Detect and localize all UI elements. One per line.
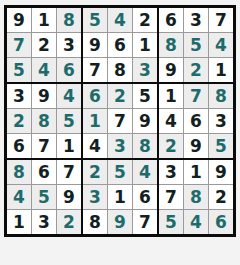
cell-r1c2[interactable]: 1 bbox=[32, 8, 56, 32]
cell-r3c4[interactable]: 7 bbox=[83, 58, 107, 82]
cell-r3c1[interactable]: 5 bbox=[7, 58, 31, 82]
cell-r3c7[interactable]: 9 bbox=[159, 58, 183, 82]
cell-r9c8[interactable]: 4 bbox=[184, 210, 208, 234]
cell-r5c7[interactable]: 4 bbox=[159, 109, 183, 133]
cell-r4c8[interactable]: 7 bbox=[184, 84, 208, 108]
cell-r4c2[interactable]: 9 bbox=[32, 84, 56, 108]
cell-r8c8[interactable]: 8 bbox=[184, 185, 208, 209]
cell-r3c5[interactable]: 8 bbox=[108, 58, 132, 82]
cell-r7c1[interactable]: 8 bbox=[7, 160, 31, 184]
cell-r8c1[interactable]: 4 bbox=[7, 185, 31, 209]
cell-r7c2[interactable]: 6 bbox=[32, 160, 56, 184]
cell-r1c4[interactable]: 5 bbox=[83, 8, 107, 32]
cell-r1c8[interactable]: 3 bbox=[184, 8, 208, 32]
cell-r4c4[interactable]: 6 bbox=[83, 84, 107, 108]
box-6: 178463295 bbox=[159, 84, 233, 158]
cell-r8c7[interactable]: 7 bbox=[159, 185, 183, 209]
cell-r2c5[interactable]: 6 bbox=[108, 33, 132, 57]
cell-r6c1[interactable]: 6 bbox=[7, 134, 31, 158]
cell-r7c5[interactable]: 5 bbox=[108, 160, 132, 184]
cell-r2c8[interactable]: 5 bbox=[184, 33, 208, 57]
cell-r6c8[interactable]: 9 bbox=[184, 134, 208, 158]
cell-r6c6[interactable]: 8 bbox=[133, 134, 157, 158]
box-1: 918723546 bbox=[7, 8, 81, 82]
cell-r3c9[interactable]: 1 bbox=[209, 58, 233, 82]
cell-r5c9[interactable]: 3 bbox=[209, 109, 233, 133]
cell-r8c3[interactable]: 9 bbox=[57, 185, 81, 209]
cell-r4c3[interactable]: 4 bbox=[57, 84, 81, 108]
cell-r3c6[interactable]: 3 bbox=[133, 58, 157, 82]
cell-r6c5[interactable]: 3 bbox=[108, 134, 132, 158]
box-4: 394285671 bbox=[7, 84, 81, 158]
cell-r6c9[interactable]: 5 bbox=[209, 134, 233, 158]
cell-r1c7[interactable]: 6 bbox=[159, 8, 183, 32]
cell-r4c1[interactable]: 3 bbox=[7, 84, 31, 108]
sudoku-page: 9187235465429617836378549213942856716251… bbox=[0, 0, 240, 237]
cell-r9c7[interactable]: 5 bbox=[159, 210, 183, 234]
cell-r1c5[interactable]: 4 bbox=[108, 8, 132, 32]
cell-r3c2[interactable]: 4 bbox=[32, 58, 56, 82]
cell-r2c6[interactable]: 1 bbox=[133, 33, 157, 57]
cell-r8c6[interactable]: 6 bbox=[133, 185, 157, 209]
cell-r7c4[interactable]: 2 bbox=[83, 160, 107, 184]
cell-r8c5[interactable]: 1 bbox=[108, 185, 132, 209]
cell-r7c3[interactable]: 7 bbox=[57, 160, 81, 184]
cell-r7c7[interactable]: 3 bbox=[159, 160, 183, 184]
cell-r5c3[interactable]: 5 bbox=[57, 109, 81, 133]
cell-r2c7[interactable]: 8 bbox=[159, 33, 183, 57]
cell-r1c9[interactable]: 7 bbox=[209, 8, 233, 32]
box-9: 319782546 bbox=[159, 160, 233, 234]
cell-r1c1[interactable]: 9 bbox=[7, 8, 31, 32]
cell-r8c4[interactable]: 3 bbox=[83, 185, 107, 209]
cell-r4c9[interactable]: 8 bbox=[209, 84, 233, 108]
cell-r6c3[interactable]: 1 bbox=[57, 134, 81, 158]
cell-r2c4[interactable]: 9 bbox=[83, 33, 107, 57]
cell-r6c7[interactable]: 2 bbox=[159, 134, 183, 158]
cell-r4c6[interactable]: 5 bbox=[133, 84, 157, 108]
cell-r9c5[interactable]: 9 bbox=[108, 210, 132, 234]
cell-r4c5[interactable]: 2 bbox=[108, 84, 132, 108]
cell-r9c6[interactable]: 7 bbox=[133, 210, 157, 234]
cell-r6c4[interactable]: 4 bbox=[83, 134, 107, 158]
sudoku-board: 9187235465429617836378549213942856716251… bbox=[4, 5, 236, 237]
box-5: 625179438 bbox=[83, 84, 157, 158]
cell-r2c2[interactable]: 2 bbox=[32, 33, 56, 57]
cell-r1c3[interactable]: 8 bbox=[57, 8, 81, 32]
cell-r7c9[interactable]: 9 bbox=[209, 160, 233, 184]
box-8: 254316897 bbox=[83, 160, 157, 234]
box-2: 542961783 bbox=[83, 8, 157, 82]
cell-r5c5[interactable]: 7 bbox=[108, 109, 132, 133]
cell-r8c9[interactable]: 2 bbox=[209, 185, 233, 209]
cell-r5c4[interactable]: 1 bbox=[83, 109, 107, 133]
box-7: 867459132 bbox=[7, 160, 81, 234]
cell-r2c9[interactable]: 4 bbox=[209, 33, 233, 57]
cell-r5c2[interactable]: 8 bbox=[32, 109, 56, 133]
cell-r4c7[interactable]: 1 bbox=[159, 84, 183, 108]
cell-r7c6[interactable]: 4 bbox=[133, 160, 157, 184]
cell-r9c9[interactable]: 6 bbox=[209, 210, 233, 234]
cell-r9c2[interactable]: 3 bbox=[32, 210, 56, 234]
cell-r3c8[interactable]: 2 bbox=[184, 58, 208, 82]
cell-r6c2[interactable]: 7 bbox=[32, 134, 56, 158]
cell-r5c8[interactable]: 6 bbox=[184, 109, 208, 133]
cell-r2c1[interactable]: 7 bbox=[7, 33, 31, 57]
cell-r5c6[interactable]: 9 bbox=[133, 109, 157, 133]
cell-r7c8[interactable]: 1 bbox=[184, 160, 208, 184]
cell-r9c1[interactable]: 1 bbox=[7, 210, 31, 234]
cell-r2c3[interactable]: 3 bbox=[57, 33, 81, 57]
box-3: 637854921 bbox=[159, 8, 233, 82]
cell-r5c1[interactable]: 2 bbox=[7, 109, 31, 133]
cell-r1c6[interactable]: 2 bbox=[133, 8, 157, 32]
cell-r9c3[interactable]: 2 bbox=[57, 210, 81, 234]
cell-r3c3[interactable]: 6 bbox=[57, 58, 81, 82]
cell-r9c4[interactable]: 8 bbox=[83, 210, 107, 234]
cell-r8c2[interactable]: 5 bbox=[32, 185, 56, 209]
